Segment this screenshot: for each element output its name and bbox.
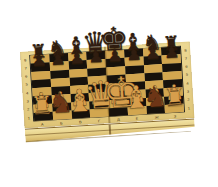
pieces-layer: ♜♞♝♛♚♝♞♜♟♟♟♟♟♟♟♟♟♟♟♟♟♟♟♟♜♞♝♛♚♝♞♜ bbox=[20, 42, 196, 152]
white-rook-piece: ♜ bbox=[160, 85, 189, 112]
chess-set-photo: АБВГДЕЖЗ1122334455667788 ♜♞♝♛♚♝♞♜♟♟♟♟♟♟♟… bbox=[0, 0, 218, 187]
chess-board: АБВГДЕЖЗ1122334455667788 ♜♞♝♛♚♝♞♜♟♟♟♟♟♟♟… bbox=[20, 42, 196, 152]
black-pawn-piece: ♟ bbox=[157, 43, 186, 62]
